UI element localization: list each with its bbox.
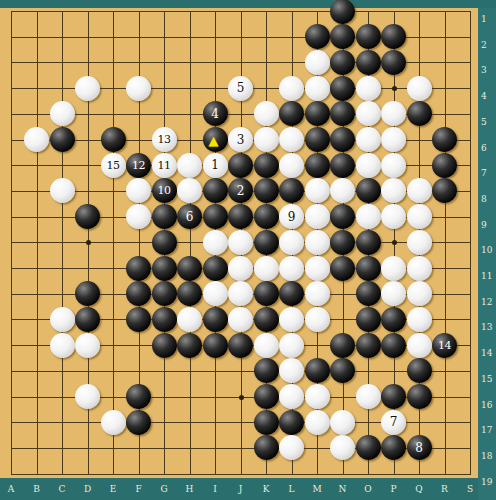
- go-board[interactable]: 541331512111102691478▲: [0, 8, 478, 478]
- move-number-label: 2: [237, 185, 245, 197]
- stone-white[interactable]: 13: [152, 127, 177, 152]
- move-number-label: 14: [438, 340, 451, 351]
- stone-white[interactable]: [407, 178, 432, 203]
- move-number-label: 15: [107, 160, 120, 171]
- stone-white[interactable]: [279, 230, 304, 255]
- stone-white[interactable]: [381, 281, 406, 306]
- stone-white[interactable]: [254, 333, 279, 358]
- move-number-label: 3: [237, 134, 245, 146]
- row-label: 6: [481, 143, 487, 152]
- stone-black[interactable]: [177, 281, 202, 306]
- stone-black[interactable]: [126, 384, 151, 409]
- stone-white[interactable]: [356, 384, 381, 409]
- stone-white[interactable]: [381, 178, 406, 203]
- stone-white[interactable]: [330, 435, 355, 460]
- stone-black[interactable]: [254, 410, 279, 435]
- stone-black[interactable]: [305, 358, 330, 383]
- stone-white[interactable]: [381, 101, 406, 126]
- move-number-label: 11: [158, 160, 171, 171]
- stone-black[interactable]: [152, 333, 177, 358]
- stone-black[interactable]: [356, 178, 381, 203]
- row-label: 4: [481, 92, 487, 101]
- stone-white[interactable]: [75, 384, 100, 409]
- column-label: S: [467, 485, 473, 494]
- move-number-label: 10: [158, 185, 171, 196]
- stone-white[interactable]: [381, 127, 406, 152]
- stone-white[interactable]: [254, 101, 279, 126]
- row-coordinate-strip: 12345678910111213141516171819: [478, 8, 496, 500]
- stone-white[interactable]: [305, 307, 330, 332]
- row-label: 18: [481, 451, 492, 460]
- stone-black[interactable]: [330, 101, 355, 126]
- stone-white[interactable]: [407, 76, 432, 101]
- stone-white[interactable]: [279, 256, 304, 281]
- stone-white[interactable]: [407, 256, 432, 281]
- stone-black[interactable]: [356, 50, 381, 75]
- stone-white[interactable]: [407, 281, 432, 306]
- row-label: 9: [481, 220, 487, 229]
- stone-white[interactable]: [101, 410, 126, 435]
- stone-black[interactable]: [126, 281, 151, 306]
- stone-black[interactable]: 8: [407, 435, 432, 460]
- stone-black[interactable]: [356, 256, 381, 281]
- move-number-label: 1: [211, 159, 219, 171]
- stone-black[interactable]: [330, 230, 355, 255]
- row-label: 3: [481, 66, 487, 75]
- stone-white[interactable]: [126, 204, 151, 229]
- column-label: N: [339, 485, 347, 494]
- stone-black[interactable]: [330, 153, 355, 178]
- stone-black[interactable]: [50, 127, 75, 152]
- column-label: J: [239, 485, 243, 494]
- stone-white[interactable]: [50, 178, 75, 203]
- column-label: M: [312, 485, 321, 494]
- stone-white[interactable]: [305, 384, 330, 409]
- stone-black[interactable]: [356, 230, 381, 255]
- column-label: L: [289, 485, 295, 494]
- column-label: B: [33, 485, 40, 494]
- stone-black[interactable]: [381, 307, 406, 332]
- stone-white[interactable]: 15: [101, 153, 126, 178]
- stone-black[interactable]: [279, 101, 304, 126]
- stone-black[interactable]: [330, 204, 355, 229]
- grid-line-horizontal: [11, 371, 471, 372]
- stone-black[interactable]: [152, 256, 177, 281]
- stone-black[interactable]: [305, 101, 330, 126]
- star-point: [86, 240, 91, 245]
- stone-black[interactable]: [356, 24, 381, 49]
- stone-black[interactable]: [228, 333, 253, 358]
- column-label: C: [59, 485, 66, 494]
- move-number-label: 12: [132, 160, 145, 171]
- column-label: F: [135, 485, 141, 494]
- stone-white[interactable]: [356, 127, 381, 152]
- stone-black[interactable]: [330, 358, 355, 383]
- stone-black[interactable]: [203, 256, 228, 281]
- row-label: 15: [481, 374, 492, 383]
- stone-black[interactable]: 2: [228, 178, 253, 203]
- row-label: 1: [481, 15, 487, 24]
- stone-white[interactable]: [381, 153, 406, 178]
- move-number-label: 7: [390, 416, 398, 428]
- stone-black[interactable]: [101, 127, 126, 152]
- stone-white[interactable]: [330, 410, 355, 435]
- stone-black[interactable]: [356, 333, 381, 358]
- stone-white[interactable]: [305, 50, 330, 75]
- stone-black[interactable]: [330, 0, 355, 24]
- stone-white[interactable]: [228, 256, 253, 281]
- column-label: Q: [415, 485, 422, 494]
- stone-black[interactable]: [330, 50, 355, 75]
- column-label: R: [441, 485, 448, 494]
- stone-black[interactable]: [75, 204, 100, 229]
- stone-white[interactable]: [50, 333, 75, 358]
- row-label: 19: [481, 477, 492, 486]
- stone-black[interactable]: [254, 307, 279, 332]
- stone-black[interactable]: [356, 307, 381, 332]
- stone-black[interactable]: [126, 307, 151, 332]
- stone-white[interactable]: [50, 101, 75, 126]
- stone-black[interactable]: [177, 333, 202, 358]
- stone-black[interactable]: 10: [152, 178, 177, 203]
- stone-black[interactable]: [381, 24, 406, 49]
- stone-white[interactable]: [305, 256, 330, 281]
- stone-black[interactable]: [254, 178, 279, 203]
- star-point: [239, 395, 244, 400]
- stone-black[interactable]: [356, 435, 381, 460]
- stone-white[interactable]: [356, 101, 381, 126]
- stone-white[interactable]: [407, 307, 432, 332]
- stone-white[interactable]: [279, 307, 304, 332]
- stone-white[interactable]: [330, 178, 355, 203]
- stone-white[interactable]: [126, 76, 151, 101]
- move-number-label: 6: [186, 211, 194, 223]
- stone-black[interactable]: [254, 358, 279, 383]
- stone-white[interactable]: [177, 178, 202, 203]
- stone-white[interactable]: [177, 153, 202, 178]
- row-label: 5: [481, 117, 487, 126]
- column-label: G: [160, 485, 167, 494]
- stone-white[interactable]: [254, 127, 279, 152]
- stone-black[interactable]: [305, 24, 330, 49]
- stone-white[interactable]: [75, 333, 100, 358]
- stone-black[interactable]: [254, 435, 279, 460]
- stone-black[interactable]: 14: [432, 333, 457, 358]
- row-label: 12: [481, 297, 492, 306]
- stone-black[interactable]: [254, 384, 279, 409]
- row-label: 2: [481, 40, 487, 49]
- star-point: [392, 240, 397, 245]
- move-number-label: 4: [211, 108, 219, 120]
- grid-line-vertical: [445, 11, 446, 475]
- stone-black[interactable]: [254, 281, 279, 306]
- row-label: 10: [481, 246, 492, 255]
- stone-black[interactable]: [203, 333, 228, 358]
- stone-white[interactable]: [203, 281, 228, 306]
- stone-black[interactable]: [381, 333, 406, 358]
- move-number-label: 8: [415, 442, 423, 454]
- stone-white[interactable]: [228, 307, 253, 332]
- stone-black[interactable]: [305, 127, 330, 152]
- stone-black[interactable]: [75, 281, 100, 306]
- column-label: O: [364, 485, 371, 494]
- stone-white[interactable]: [407, 204, 432, 229]
- stone-white[interactable]: [305, 281, 330, 306]
- column-label: A: [8, 485, 15, 494]
- stone-black[interactable]: [254, 230, 279, 255]
- stone-black[interactable]: [177, 256, 202, 281]
- column-label: D: [84, 485, 91, 494]
- stone-black[interactable]: [203, 204, 228, 229]
- stone-white[interactable]: [407, 333, 432, 358]
- stone-white[interactable]: [305, 178, 330, 203]
- row-label: 14: [481, 349, 492, 358]
- move-number-label: 13: [158, 134, 171, 145]
- stone-white[interactable]: [279, 384, 304, 409]
- stone-white[interactable]: [203, 230, 228, 255]
- stone-white[interactable]: 1: [203, 153, 228, 178]
- stone-white[interactable]: 9: [279, 204, 304, 229]
- stone-black[interactable]: [381, 384, 406, 409]
- stone-black[interactable]: 4: [203, 101, 228, 126]
- stone-black[interactable]: [330, 76, 355, 101]
- stone-white[interactable]: [279, 76, 304, 101]
- row-label: 8: [481, 194, 487, 203]
- stone-black[interactable]: [381, 435, 406, 460]
- stone-black[interactable]: [279, 281, 304, 306]
- stone-black[interactable]: [305, 153, 330, 178]
- column-label: I: [213, 485, 217, 494]
- grid-line-horizontal: [11, 474, 471, 475]
- stone-black[interactable]: [203, 178, 228, 203]
- stone-black[interactable]: [126, 410, 151, 435]
- row-label: 13: [481, 323, 492, 332]
- row-label: 11: [481, 272, 492, 281]
- star-point: [392, 86, 397, 91]
- stone-black[interactable]: [254, 204, 279, 229]
- grid-line-vertical: [470, 11, 471, 475]
- stone-white[interactable]: 11: [152, 153, 177, 178]
- stone-white[interactable]: [126, 178, 151, 203]
- stone-black[interactable]: [254, 153, 279, 178]
- stone-black[interactable]: [152, 204, 177, 229]
- stone-black[interactable]: [228, 204, 253, 229]
- stone-black[interactable]: [330, 333, 355, 358]
- stone-white[interactable]: [407, 230, 432, 255]
- triangle-marker-icon: ▲: [209, 134, 219, 147]
- stone-black[interactable]: [152, 307, 177, 332]
- stone-white[interactable]: [228, 230, 253, 255]
- stone-white[interactable]: 7: [381, 410, 406, 435]
- stone-white[interactable]: [305, 230, 330, 255]
- stone-white[interactable]: [279, 333, 304, 358]
- stone-white[interactable]: 3: [228, 127, 253, 152]
- stone-black[interactable]: [228, 153, 253, 178]
- stone-white[interactable]: [50, 307, 75, 332]
- stone-black[interactable]: [407, 358, 432, 383]
- stone-black[interactable]: [356, 281, 381, 306]
- stone-white[interactable]: [254, 256, 279, 281]
- stone-white[interactable]: [177, 307, 202, 332]
- stone-white[interactable]: [279, 358, 304, 383]
- stone-white[interactable]: [279, 127, 304, 152]
- stone-black[interactable]: [407, 101, 432, 126]
- stone-black[interactable]: [279, 178, 304, 203]
- stone-black[interactable]: 6: [177, 204, 202, 229]
- stone-white[interactable]: [279, 435, 304, 460]
- stone-black[interactable]: [152, 230, 177, 255]
- move-number-label: 9: [288, 211, 296, 223]
- stone-white[interactable]: [381, 256, 406, 281]
- stone-black[interactable]: [432, 178, 457, 203]
- column-label: H: [186, 485, 194, 494]
- stone-white[interactable]: [279, 153, 304, 178]
- stone-white[interactable]: [24, 127, 49, 152]
- stone-white[interactable]: [305, 204, 330, 229]
- stone-white[interactable]: [228, 281, 253, 306]
- stone-black[interactable]: [432, 153, 457, 178]
- row-label: 16: [481, 400, 492, 409]
- stone-white[interactable]: [356, 204, 381, 229]
- stone-black[interactable]: [330, 127, 355, 152]
- stone-black[interactable]: [126, 256, 151, 281]
- row-label: 17: [481, 426, 492, 435]
- stone-black[interactable]: [75, 307, 100, 332]
- stone-black[interactable]: [381, 50, 406, 75]
- stone-white[interactable]: [356, 76, 381, 101]
- column-label: K: [263, 485, 270, 494]
- move-number-label: 5: [237, 82, 245, 94]
- stone-white[interactable]: 5: [228, 76, 253, 101]
- stone-white[interactable]: [305, 76, 330, 101]
- row-label: 7: [481, 169, 487, 178]
- stone-white[interactable]: [356, 153, 381, 178]
- stone-black[interactable]: [203, 307, 228, 332]
- stone-black[interactable]: [432, 127, 457, 152]
- column-label: P: [390, 485, 396, 494]
- stone-white[interactable]: [381, 204, 406, 229]
- column-label: E: [110, 485, 117, 494]
- stone-white[interactable]: [75, 76, 100, 101]
- stone-white[interactable]: [305, 410, 330, 435]
- stone-black[interactable]: [330, 24, 355, 49]
- stone-black[interactable]: [279, 410, 304, 435]
- stone-black[interactable]: [152, 281, 177, 306]
- stone-black[interactable]: 12: [126, 153, 151, 178]
- stone-black[interactable]: [330, 256, 355, 281]
- column-coordinate-strip: ABCDEFGHIJKLMNOPQRS: [0, 478, 478, 500]
- stone-black[interactable]: [407, 384, 432, 409]
- top-title-bar: [0, 0, 496, 8]
- go-app-window: 541331512111102691478▲ 12345678910111213…: [0, 0, 496, 500]
